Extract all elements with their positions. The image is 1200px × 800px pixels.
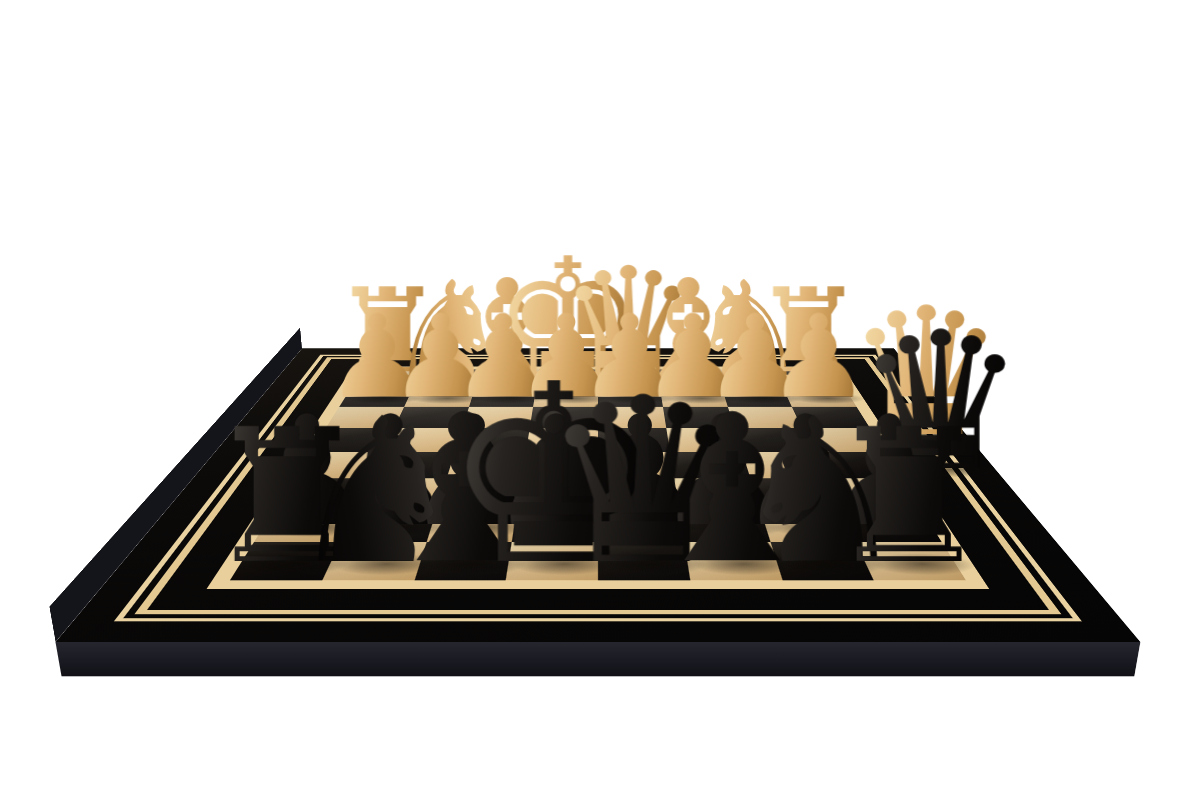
white-knight-b1[interactable]: ♞	[681, 168, 815, 378]
square-e4[interactable]	[526, 428, 598, 452]
square-e3[interactable]	[530, 406, 598, 427]
square-a4[interactable]	[802, 428, 885, 452]
square-d5[interactable]	[598, 452, 674, 479]
square-e6[interactable]	[517, 478, 598, 508]
board-front-edge	[55, 642, 1140, 677]
square-g6[interactable]	[356, 478, 446, 508]
square-f3[interactable]	[462, 406, 533, 427]
white-bishop-f1[interactable]: ♝	[441, 168, 575, 378]
square-c6[interactable]	[674, 478, 759, 508]
white-queen-d1[interactable]: ♛	[561, 168, 695, 378]
square-b6[interactable]	[750, 478, 840, 508]
square-g5[interactable]	[370, 452, 454, 479]
square-b3[interactable]	[727, 406, 802, 427]
square-g3[interactable]	[394, 406, 469, 427]
square-a3[interactable]	[792, 406, 870, 427]
square-b5[interactable]	[742, 452, 826, 479]
square-h5[interactable]	[294, 452, 382, 479]
square-h3[interactable]	[326, 406, 404, 427]
square-c4[interactable]	[666, 428, 742, 452]
square-c3[interactable]	[663, 406, 734, 427]
white-rook-a1[interactable]: ♜	[741, 168, 875, 378]
square-h4[interactable]	[311, 428, 394, 452]
square-d4[interactable]	[598, 428, 670, 452]
square-f6[interactable]	[437, 478, 522, 508]
chess-board: ♜♞♝♚♛♝♞♜♟♟♟♟♟♟♟♟♟♟♟♟♟♟♟♟♜♞♝♚♛♝♞♜♛♛	[55, 348, 1140, 642]
square-d3[interactable]	[598, 406, 666, 427]
square-b4[interactable]	[734, 428, 813, 452]
square-f5[interactable]	[446, 452, 526, 479]
chess-set-photo: ♜♞♝♚♛♝♞♜♟♟♟♟♟♟♟♟♟♟♟♟♟♟♟♟♜♞♝♚♛♝♞♜♛♛	[0, 0, 1200, 800]
square-c5[interactable]	[670, 452, 750, 479]
square-g4[interactable]	[383, 428, 462, 452]
square-d6[interactable]	[598, 478, 679, 508]
white-king-e1[interactable]: ♚	[501, 168, 635, 378]
square-f4[interactable]	[454, 428, 530, 452]
white-knight-g1[interactable]: ♞	[381, 168, 515, 378]
white-bishop-c1[interactable]: ♝	[621, 168, 755, 378]
square-e5[interactable]	[522, 452, 598, 479]
white-rook-h1[interactable]: ♜	[320, 168, 454, 378]
